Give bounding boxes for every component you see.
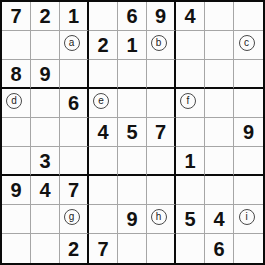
given-digit: 4 <box>39 180 50 200</box>
cell-r8c7[interactable]: 5 <box>176 205 205 234</box>
cell-r9c2[interactable] <box>31 234 60 263</box>
cell-r9c6[interactable] <box>147 234 176 263</box>
cell-r7c4[interactable] <box>89 176 118 205</box>
given-digit: 9 <box>10 180 21 200</box>
cell-r3c5[interactable] <box>118 60 147 89</box>
cell-r1c4[interactable] <box>89 2 118 31</box>
cell-r3c9[interactable] <box>234 60 263 89</box>
cell-r9c4[interactable]: 7 <box>89 234 118 263</box>
cell-r5c8[interactable] <box>205 118 234 147</box>
cell-r2c4[interactable]: 2 <box>89 31 118 60</box>
cell-r9c3[interactable]: 2 <box>60 234 89 263</box>
given-digit: 5 <box>184 209 195 229</box>
cell-r4c2[interactable] <box>31 89 60 118</box>
cell-r5c7[interactable] <box>176 118 205 147</box>
cell-r1c9[interactable] <box>234 2 263 31</box>
cell-r3c4[interactable] <box>89 60 118 89</box>
given-digit: 9 <box>126 209 137 229</box>
cell-r3c7[interactable] <box>176 60 205 89</box>
cell-r1c3[interactable]: 1 <box>60 2 89 31</box>
cell-r1c2[interactable]: 2 <box>31 2 60 31</box>
cell-r4c3[interactable]: 6 <box>60 89 89 118</box>
given-digit: 7 <box>97 239 108 259</box>
cell-r7c8[interactable] <box>205 176 234 205</box>
cell-r2c2[interactable] <box>31 31 60 60</box>
cell-r9c8[interactable]: 6 <box>205 234 234 263</box>
cell-r3c3[interactable] <box>60 60 89 89</box>
cell-r2c1[interactable] <box>2 31 31 60</box>
letter-circle-i: i <box>239 209 255 225</box>
given-digit: 1 <box>184 151 195 171</box>
cell-r5c2[interactable] <box>31 118 60 147</box>
cell-r7c3[interactable]: 7 <box>60 176 89 205</box>
letter-circle-d: d <box>6 93 22 109</box>
letter-circle-a: a <box>64 35 80 51</box>
cell-r3c6[interactable] <box>147 60 176 89</box>
cell-r1c7[interactable]: 4 <box>176 2 205 31</box>
cell-r2c8[interactable] <box>205 31 234 60</box>
given-digit: 5 <box>126 122 137 142</box>
letter-circle-e: e <box>93 93 109 109</box>
letter-circle-f: f <box>180 93 196 109</box>
cell-r1c5[interactable]: 6 <box>118 2 147 31</box>
cell-r1c6[interactable]: 9 <box>147 2 176 31</box>
given-digit: 9 <box>39 64 50 84</box>
cell-r2c5[interactable]: 1 <box>118 31 147 60</box>
given-digit: 6 <box>68 93 79 113</box>
given-digit: 8 <box>10 64 21 84</box>
cell-r6c2[interactable]: 3 <box>31 147 60 176</box>
cell-r6c6[interactable] <box>147 147 176 176</box>
given-digit: 2 <box>97 35 108 55</box>
cell-r8c4[interactable] <box>89 205 118 234</box>
cell-r6c7[interactable]: 1 <box>176 147 205 176</box>
cell-r9c9[interactable] <box>234 234 263 263</box>
cell-r4c9[interactable] <box>234 89 263 118</box>
cell-r2c3[interactable]: a <box>60 31 89 60</box>
cell-r8c6[interactable]: h <box>147 205 176 234</box>
given-digit: 4 <box>213 209 224 229</box>
cell-r5c6[interactable]: 7 <box>147 118 176 147</box>
cell-r9c7[interactable] <box>176 234 205 263</box>
cell-r9c5[interactable] <box>118 234 147 263</box>
cell-r5c3[interactable] <box>60 118 89 147</box>
given-digit: 6 <box>213 239 224 259</box>
cell-r2c9[interactable]: c <box>234 31 263 60</box>
cell-r5c4[interactable]: 4 <box>89 118 118 147</box>
sudoku-board: 721694a21bc89d6ef457931947g9h54i276 <box>0 0 265 265</box>
given-digit: 7 <box>155 122 166 142</box>
cell-r7c9[interactable] <box>234 176 263 205</box>
cell-r2c6[interactable]: b <box>147 31 176 60</box>
given-digit: 1 <box>68 6 79 26</box>
cell-r7c5[interactable] <box>118 176 147 205</box>
given-digit: 2 <box>39 6 50 26</box>
given-digit: 2 <box>68 239 79 259</box>
cell-r5c5[interactable]: 5 <box>118 118 147 147</box>
cell-r6c4[interactable] <box>89 147 118 176</box>
cell-r6c3[interactable] <box>60 147 89 176</box>
cell-r8c3[interactable]: g <box>60 205 89 234</box>
cell-r6c8[interactable] <box>205 147 234 176</box>
cell-r2c7[interactable] <box>176 31 205 60</box>
cell-r9c1[interactable] <box>2 234 31 263</box>
cell-r1c8[interactable] <box>205 2 234 31</box>
given-digit: 9 <box>155 6 166 26</box>
cell-r5c9[interactable]: 9 <box>234 118 263 147</box>
cell-r8c5[interactable]: 9 <box>118 205 147 234</box>
given-digit: 4 <box>184 6 195 26</box>
letter-circle-c: c <box>239 35 255 51</box>
cell-r4c4[interactable]: e <box>89 89 118 118</box>
cell-r3c1[interactable]: 8 <box>2 60 31 89</box>
cell-r1c1[interactable]: 7 <box>2 2 31 31</box>
cell-r7c2[interactable]: 4 <box>31 176 60 205</box>
cell-r3c2[interactable]: 9 <box>31 60 60 89</box>
cell-r7c1[interactable]: 9 <box>2 176 31 205</box>
given-digit: 3 <box>39 151 50 171</box>
cell-r6c5[interactable] <box>118 147 147 176</box>
cell-r8c1[interactable] <box>2 205 31 234</box>
letter-circle-g: g <box>64 209 80 225</box>
cell-r7c6[interactable] <box>147 176 176 205</box>
letter-circle-b: b <box>151 35 167 51</box>
cell-r7c7[interactable] <box>176 176 205 205</box>
cell-r8c8[interactable]: 4 <box>205 205 234 234</box>
letter-circle-h: h <box>151 209 167 225</box>
given-digit: 9 <box>243 122 254 142</box>
cell-r4c5[interactable] <box>118 89 147 118</box>
cell-r8c9[interactable]: i <box>234 205 263 234</box>
given-digit: 1 <box>126 35 137 55</box>
cell-r6c9[interactable] <box>234 147 263 176</box>
cell-r3c8[interactable] <box>205 60 234 89</box>
cell-r5c1[interactable] <box>2 118 31 147</box>
cell-r4c7[interactable]: f <box>176 89 205 118</box>
cell-r4c6[interactable] <box>147 89 176 118</box>
cell-r8c2[interactable] <box>31 205 60 234</box>
given-digit: 7 <box>10 6 21 26</box>
given-digit: 7 <box>68 180 79 200</box>
cell-r4c1[interactable]: d <box>2 89 31 118</box>
cell-r6c1[interactable] <box>2 147 31 176</box>
cell-r4c8[interactable] <box>205 89 234 118</box>
given-digit: 4 <box>97 122 108 142</box>
given-digit: 6 <box>126 6 137 26</box>
